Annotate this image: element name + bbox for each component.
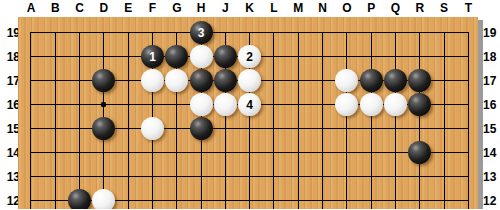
point-R18[interactable]: [408, 45, 432, 69]
point-E19[interactable]: [116, 21, 140, 45]
point-B16[interactable]: [43, 93, 67, 117]
move-number-label: 1: [141, 45, 164, 68]
column-label-M: M: [293, 1, 303, 16]
point-G14[interactable]: [165, 141, 189, 165]
point-N13[interactable]: [310, 165, 334, 189]
point-F16[interactable]: [140, 93, 164, 117]
stone-white-F15: [141, 117, 164, 140]
stone-white-J16: [214, 93, 237, 116]
stone-white-F17: [141, 69, 164, 92]
move-number-label: 4: [238, 93, 261, 116]
point-R12[interactable]: [408, 189, 432, 210]
point-J14[interactable]: [213, 141, 237, 165]
point-A19[interactable]: [19, 21, 43, 45]
row-label-right-14: 14: [483, 145, 500, 161]
point-H14[interactable]: [189, 141, 213, 165]
point-K14[interactable]: [238, 141, 262, 165]
point-O15[interactable]: [335, 117, 359, 141]
stone-white-D12: [92, 189, 115, 209]
point-Q18[interactable]: [383, 45, 407, 69]
point-A15[interactable]: [19, 117, 43, 141]
stone-black-J18: [214, 45, 237, 68]
point-S12[interactable]: [432, 189, 456, 210]
point-A14[interactable]: [19, 141, 43, 165]
point-F12[interactable]: [140, 189, 164, 210]
point-G13[interactable]: [165, 165, 189, 189]
point-S15[interactable]: [432, 117, 456, 141]
point-T12[interactable]: [456, 189, 478, 210]
point-E18[interactable]: [116, 45, 140, 69]
point-S14[interactable]: [432, 141, 456, 165]
point-H12[interactable]: [189, 189, 213, 210]
point-L15[interactable]: [262, 117, 286, 141]
stone-black-H15: [190, 117, 213, 140]
point-P15[interactable]: [359, 117, 383, 141]
point-T14[interactable]: [456, 141, 478, 165]
point-S17[interactable]: [432, 69, 456, 93]
column-label-B: B: [51, 1, 60, 16]
column-label-J: J: [222, 1, 229, 16]
point-E15[interactable]: [116, 117, 140, 141]
point-S16[interactable]: [432, 93, 456, 117]
column-label-F: F: [149, 1, 156, 16]
point-S19[interactable]: [432, 21, 456, 45]
point-C15[interactable]: [67, 117, 91, 141]
row-label-right-18: 18: [483, 49, 500, 65]
point-B19[interactable]: [43, 21, 67, 45]
point-C17[interactable]: [67, 69, 91, 93]
point-N19[interactable]: [310, 21, 334, 45]
point-Q15[interactable]: [383, 117, 407, 141]
point-T19[interactable]: [456, 21, 478, 45]
point-B17[interactable]: [43, 69, 67, 93]
point-G15[interactable]: [165, 117, 189, 141]
point-K12[interactable]: [238, 189, 262, 210]
point-P18[interactable]: [359, 45, 383, 69]
point-O19[interactable]: [335, 21, 359, 45]
point-B14[interactable]: [43, 141, 67, 165]
point-B12[interactable]: [43, 189, 67, 210]
column-label-C: C: [75, 1, 84, 16]
point-L19[interactable]: [262, 21, 286, 45]
point-E13[interactable]: [116, 165, 140, 189]
column-label-O: O: [342, 1, 351, 16]
point-T17[interactable]: [456, 69, 478, 93]
point-A18[interactable]: [19, 45, 43, 69]
move-number-label: 3: [190, 21, 213, 44]
point-S13[interactable]: [432, 165, 456, 189]
column-label-P: P: [367, 1, 375, 16]
point-O18[interactable]: [335, 45, 359, 69]
point-J15[interactable]: [213, 117, 237, 141]
stone-black-P17: [360, 69, 383, 92]
point-C13[interactable]: [67, 165, 91, 189]
row-label-right-12: 12: [483, 193, 500, 209]
point-L13[interactable]: [262, 165, 286, 189]
point-A12[interactable]: [19, 189, 43, 210]
column-label-D: D: [100, 1, 109, 16]
point-N17[interactable]: [310, 69, 334, 93]
stone-black-H17: [190, 69, 213, 92]
stone-black-J17: [214, 69, 237, 92]
point-E17[interactable]: [116, 69, 140, 93]
point-T15[interactable]: [456, 117, 478, 141]
point-J12[interactable]: [213, 189, 237, 210]
point-K15[interactable]: [238, 117, 262, 141]
point-P14[interactable]: [359, 141, 383, 165]
point-G16[interactable]: [165, 93, 189, 117]
star-point-D16: [101, 102, 106, 107]
point-C14[interactable]: [67, 141, 91, 165]
point-E12[interactable]: [116, 189, 140, 210]
point-Q13[interactable]: [383, 165, 407, 189]
point-D19[interactable]: [92, 21, 116, 45]
row-label-right-17: 17: [483, 73, 500, 89]
column-label-L: L: [270, 1, 277, 16]
point-B18[interactable]: [43, 45, 67, 69]
row-label-right-16: 16: [483, 97, 500, 113]
point-D13[interactable]: [92, 165, 116, 189]
stone-white-P16: [360, 93, 383, 116]
point-R15[interactable]: [408, 117, 432, 141]
point-K19[interactable]: [238, 21, 262, 45]
stone-black-F18: 1: [141, 45, 164, 68]
point-G12[interactable]: [165, 189, 189, 210]
point-R19[interactable]: [408, 21, 432, 45]
point-L18[interactable]: [262, 45, 286, 69]
point-T18[interactable]: [456, 45, 478, 69]
point-L12[interactable]: [262, 189, 286, 210]
point-N14[interactable]: [310, 141, 334, 165]
point-D14[interactable]: [92, 141, 116, 165]
point-M18[interactable]: [286, 45, 310, 69]
point-S18[interactable]: [432, 45, 456, 69]
row-label-right-15: 15: [483, 121, 500, 137]
row-label-right-13: 13: [483, 169, 500, 185]
column-label-H: H: [197, 1, 206, 16]
point-O13[interactable]: [335, 165, 359, 189]
column-label-R: R: [415, 1, 424, 16]
point-K13[interactable]: [238, 165, 262, 189]
row-label-right-19: 19: [483, 25, 500, 41]
point-L14[interactable]: [262, 141, 286, 165]
point-B13[interactable]: [43, 165, 67, 189]
column-label-E: E: [124, 1, 132, 16]
point-F19[interactable]: [140, 21, 164, 45]
point-N18[interactable]: [310, 45, 334, 69]
point-T16[interactable]: [456, 93, 478, 117]
point-A13[interactable]: [19, 165, 43, 189]
column-label-Q: Q: [391, 1, 400, 16]
column-label-A: A: [27, 1, 36, 16]
stone-white-Q16: [384, 93, 407, 116]
point-J13[interactable]: [213, 165, 237, 189]
point-B15[interactable]: [43, 117, 67, 141]
point-H13[interactable]: [189, 165, 213, 189]
point-N15[interactable]: [310, 117, 334, 141]
point-D18[interactable]: [92, 45, 116, 69]
point-Q19[interactable]: [383, 21, 407, 45]
move-number-label: 2: [238, 45, 261, 68]
point-L16[interactable]: [262, 93, 286, 117]
point-O12[interactable]: [335, 189, 359, 210]
point-M16[interactable]: [286, 93, 310, 117]
point-J19[interactable]: [213, 21, 237, 45]
stone-white-H16: [190, 93, 213, 116]
column-label-K: K: [245, 1, 254, 16]
point-Q14[interactable]: [383, 141, 407, 165]
stone-black-Q17: [384, 69, 407, 92]
point-Q12[interactable]: [383, 189, 407, 210]
point-L17[interactable]: [262, 69, 286, 93]
point-M14[interactable]: [286, 141, 310, 165]
stone-white-H18: [190, 45, 213, 68]
board-shadow: [478, 20, 483, 209]
stone-white-K18: 2: [238, 45, 261, 68]
point-M17[interactable]: [286, 69, 310, 93]
point-E16[interactable]: [116, 93, 140, 117]
column-label-S: S: [440, 1, 448, 16]
point-C18[interactable]: [67, 45, 91, 69]
point-M12[interactable]: [286, 189, 310, 210]
point-M13[interactable]: [286, 165, 310, 189]
point-P13[interactable]: [359, 165, 383, 189]
point-N12[interactable]: [310, 189, 334, 210]
point-F13[interactable]: [140, 165, 164, 189]
stone-white-K16: 4: [238, 93, 261, 116]
point-R13[interactable]: [408, 165, 432, 189]
column-label-T: T: [465, 1, 472, 16]
point-E14[interactable]: [116, 141, 140, 165]
point-C19[interactable]: [67, 21, 91, 45]
point-N16[interactable]: [310, 93, 334, 117]
point-O14[interactable]: [335, 141, 359, 165]
point-C16[interactable]: [67, 93, 91, 117]
stone-black-H19: 3: [190, 21, 213, 44]
column-label-G: G: [172, 1, 181, 16]
go-board[interactable]: 3124: [18, 17, 478, 209]
point-T13[interactable]: [456, 165, 478, 189]
point-M15[interactable]: [286, 117, 310, 141]
point-P19[interactable]: [359, 21, 383, 45]
point-M19[interactable]: [286, 21, 310, 45]
go-diagram: ABCDEFGHJKLMNOPQRST 1918171615141312 191…: [0, 0, 500, 209]
point-A16[interactable]: [19, 93, 43, 117]
stone-black-C12: [68, 189, 91, 209]
point-G19[interactable]: [165, 21, 189, 45]
point-A17[interactable]: [19, 69, 43, 93]
point-F14[interactable]: [140, 141, 164, 165]
column-label-N: N: [318, 1, 327, 16]
point-P12[interactable]: [359, 189, 383, 210]
